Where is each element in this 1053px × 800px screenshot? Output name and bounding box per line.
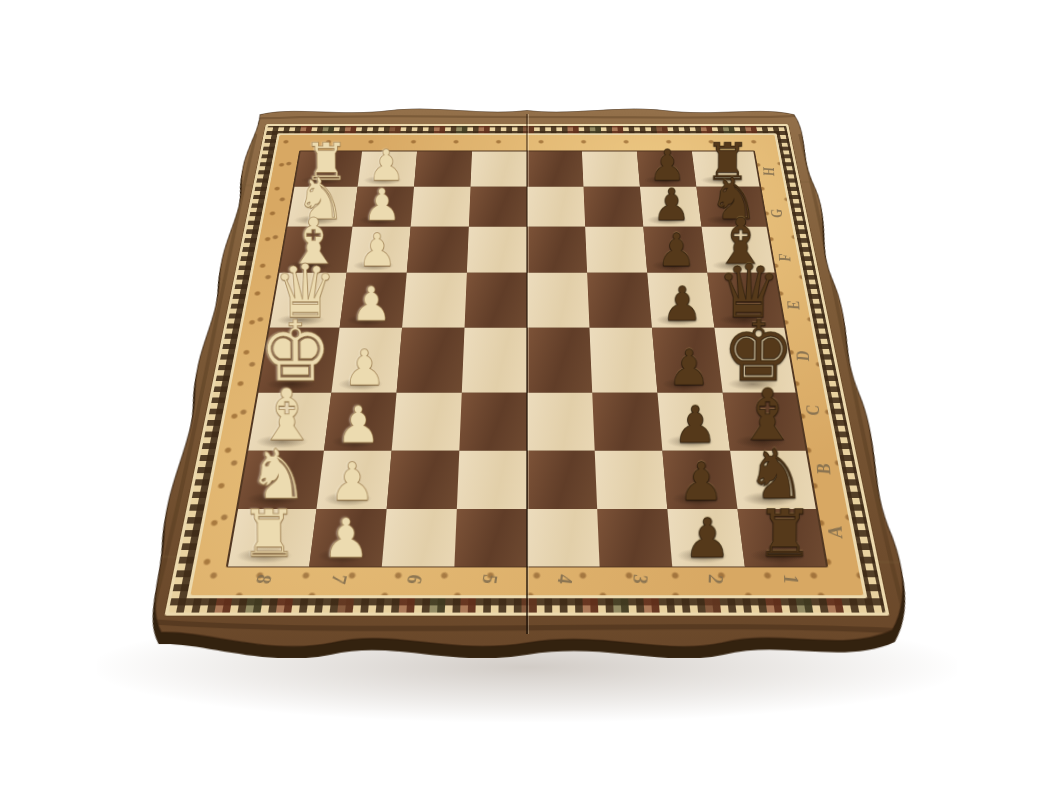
chessboard-photo: ♜♟♟♜♞♟♟♞♝♟♟♝♛♟♟♛♚♟♟♚♝♟♟♝♞♟♟♞♜♟♟♜ 8765432…: [0, 0, 1053, 800]
square: [527, 328, 592, 393]
square: [527, 152, 583, 187]
square: [592, 393, 662, 451]
square: [527, 393, 595, 451]
white-pawn-piece: ♟: [363, 183, 402, 227]
square: ♟: [340, 273, 407, 328]
black-pawn-piece: ♟: [684, 511, 732, 566]
square: ♟: [309, 509, 386, 567]
black-rook-piece: ♜: [756, 500, 814, 566]
white-pawn-piece: ♟: [336, 400, 381, 451]
square: [527, 509, 600, 567]
black-pawn-piece: ♟: [668, 343, 711, 392]
square: [459, 393, 527, 451]
square: [454, 509, 527, 567]
square: ♜: [737, 509, 826, 567]
square: ♟: [667, 509, 744, 567]
square: [382, 509, 457, 567]
square: ♟: [324, 393, 397, 451]
black-pawn-piece: ♟: [673, 400, 718, 451]
square: ♟: [332, 328, 403, 393]
white-pawn-piece: ♟: [322, 511, 370, 566]
black-pawn-piece: ♟: [662, 281, 703, 328]
black-pawn-piece: ♟: [657, 227, 697, 273]
black-pawn-piece: ♟: [653, 183, 692, 227]
square: [402, 273, 467, 328]
white-pawn-piece: ♟: [351, 281, 392, 328]
square: [392, 393, 462, 451]
square: [465, 273, 527, 328]
square: ♜: [228, 509, 317, 567]
square: [471, 152, 527, 187]
square: [587, 273, 652, 328]
square: [582, 152, 640, 187]
black-pawn-piece: ♟: [679, 456, 725, 509]
square: [527, 273, 589, 328]
square: [589, 328, 657, 393]
white-rook-piece: ♜: [240, 500, 298, 566]
white-pawn-piece: ♟: [343, 343, 386, 392]
square: [397, 328, 465, 393]
square: [414, 152, 472, 187]
chess-board: ♜♟♟♜♞♟♟♞♝♟♟♝♛♟♟♛♚♟♟♚♝♟♟♝♞♟♟♞♜♟♟♜ 8765432…: [111, 103, 944, 658]
white-pawn-piece: ♟: [329, 456, 375, 509]
square: [462, 328, 527, 393]
square: ♟: [657, 393, 730, 451]
square: ♟: [647, 273, 714, 328]
square: ♟: [652, 328, 723, 393]
square: [597, 509, 672, 567]
white-pawn-piece: ♟: [357, 227, 397, 273]
